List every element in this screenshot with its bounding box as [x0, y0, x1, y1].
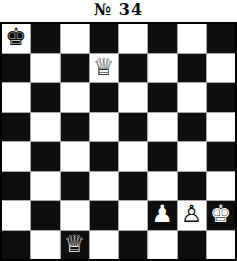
black-pawn: ♙: [210, 173, 232, 197]
square-h7: [207, 54, 235, 83]
square-a1: [2, 231, 30, 260]
square-a4: [2, 142, 30, 171]
square-e2: [119, 201, 147, 230]
square-b5: [31, 113, 59, 142]
square-h4: [207, 142, 235, 171]
square-d1: [90, 231, 118, 260]
square-b4: [31, 142, 59, 171]
square-e3: [119, 172, 147, 201]
square-f2: ♟: [148, 201, 176, 230]
square-e6: [119, 83, 147, 112]
square-f3: [148, 172, 176, 201]
square-h8: [207, 24, 235, 53]
square-g4: [178, 142, 206, 171]
square-g2: ♙: [178, 201, 206, 230]
square-b1: [31, 231, 59, 260]
white-pawn: ♙: [181, 202, 203, 226]
square-a8: ♚: [2, 24, 30, 53]
square-g1: [178, 231, 206, 260]
square-d5: [90, 113, 118, 142]
square-f5: [148, 113, 176, 142]
square-g7: [178, 54, 206, 83]
square-a3: [2, 172, 30, 201]
square-c7: [61, 54, 89, 83]
square-d2: [90, 201, 118, 230]
square-e8: [119, 24, 147, 53]
white-queen: ♕: [93, 55, 115, 79]
square-d4: [90, 142, 118, 171]
square-b2: [31, 201, 59, 230]
square-f1: [148, 231, 176, 260]
square-c4: [61, 142, 89, 171]
square-e4: [119, 142, 147, 171]
problem-number-title: № 34: [0, 0, 237, 22]
square-d7: ♕: [90, 54, 118, 83]
square-c6: [61, 83, 89, 112]
square-c3: [61, 172, 89, 201]
square-d3: [90, 172, 118, 201]
square-c2: [61, 201, 89, 230]
square-b3: [31, 172, 59, 201]
square-h6: [207, 83, 235, 112]
chess-board: ♚♕♙♟♙♚♕: [0, 22, 237, 261]
square-a7: [2, 54, 30, 83]
square-h2: ♚: [207, 201, 235, 230]
square-d8: [90, 24, 118, 53]
square-a2: [2, 201, 30, 230]
square-g3: [178, 172, 206, 201]
square-b7: [31, 54, 59, 83]
square-e1: [119, 231, 147, 260]
chess-problem-diagram: № 34 ♚♕♙♟♙♚♕: [0, 0, 237, 261]
black-queen: ♕: [64, 232, 86, 256]
square-h1: [207, 231, 235, 260]
square-h3: ♙: [207, 172, 235, 201]
square-f8: [148, 24, 176, 53]
square-g5: [178, 113, 206, 142]
square-e7: [119, 54, 147, 83]
square-a6: [2, 83, 30, 112]
square-e5: [119, 113, 147, 142]
square-f7: [148, 54, 176, 83]
black-king: ♚: [5, 25, 27, 49]
square-b6: [31, 83, 59, 112]
square-c8: [61, 24, 89, 53]
square-f4: [148, 142, 176, 171]
square-a5: [2, 113, 30, 142]
square-g8: [178, 24, 206, 53]
white-king: ♚: [210, 202, 232, 226]
square-c5: [61, 113, 89, 142]
square-h5: [207, 113, 235, 142]
square-b8: [31, 24, 59, 53]
white-pawn: ♟: [152, 202, 174, 226]
square-d6: [90, 83, 118, 112]
square-g6: [178, 83, 206, 112]
square-c1: ♕: [61, 231, 89, 260]
square-f6: [148, 83, 176, 112]
